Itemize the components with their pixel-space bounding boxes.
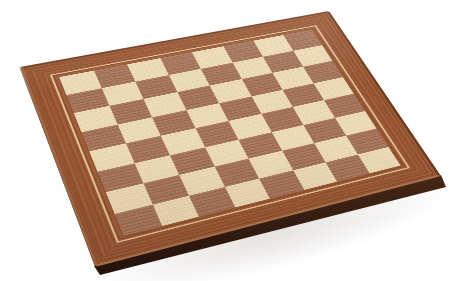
product-photo-background xyxy=(0,0,450,281)
